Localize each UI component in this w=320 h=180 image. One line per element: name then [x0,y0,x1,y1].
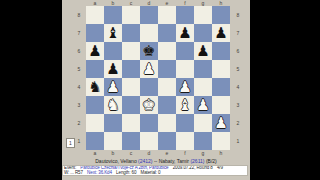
square-g7[interactable] [194,24,212,42]
status-line: W: ... R57 Next: 36.Kd4 Length: 60 Mater… [64,171,246,176]
piece-white-pawn: ♟ [178,78,191,96]
chess-app-panel: abcdefgh887♝♟♟76♟♚♟65♟♟54♞♟♟43♞♚♝♟32♟211… [62,0,250,180]
square-d7[interactable] [140,24,158,42]
white-player-rating: (2412) [138,158,152,164]
square-a3[interactable] [86,96,104,114]
black-player-name: Nabaty, Tamir [159,158,189,164]
players-caption: Dautovico, Vellano (2412) -- Nabaty, Tam… [62,158,250,164]
square-e6[interactable] [158,42,176,60]
piece-white-king: ♚ [142,96,155,114]
square-b2[interactable] [104,114,122,132]
square-h4[interactable] [212,78,230,96]
square-c1[interactable] [122,132,140,150]
square-c8[interactable] [122,6,140,24]
square-h2[interactable]: ♟ [212,114,230,132]
rank-label-right-1: 1 [230,132,246,150]
game-info-box: Event: Pardubice Czechia/Tvoje-cz A 28th… [62,165,248,176]
square-b3[interactable]: ♞ [104,96,122,114]
square-b8[interactable] [104,6,122,24]
rank-label-right-2: 2 [230,114,246,132]
score-text: 4/9 [217,165,223,170]
square-a2[interactable] [86,114,104,132]
piece-white-pawn: ♟ [196,96,209,114]
file-label-bottom-h: h [212,150,230,157]
square-d4[interactable] [140,78,158,96]
rank-label-left-7: 7 [72,24,86,42]
length-text: Length: 60 [116,170,136,175]
square-g8[interactable] [194,6,212,24]
square-a4[interactable]: ♞ [86,78,104,96]
file-label-bottom-f: f [176,150,194,157]
square-d3[interactable]: ♚ [140,96,158,114]
rank-label-left-6: 6 [72,42,86,60]
square-f4[interactable]: ♟ [176,78,194,96]
square-e1[interactable] [158,132,176,150]
square-f3[interactable]: ♝ [176,96,194,114]
square-b7[interactable]: ♝ [104,24,122,42]
file-label-bottom-d: d [140,150,158,157]
square-d2[interactable] [140,114,158,132]
square-a5[interactable] [86,60,104,78]
square-a7[interactable] [86,24,104,42]
rank-label-right-6: 6 [230,42,246,60]
white-to-move-indicator[interactable]: 1 [66,138,75,148]
next-move-text[interactable]: Next: 36.Kd4 [87,170,112,175]
square-e2[interactable] [158,114,176,132]
square-g4[interactable] [194,78,212,96]
square-f2[interactable] [176,114,194,132]
square-a8[interactable] [86,6,104,24]
square-d1[interactable] [140,132,158,150]
square-c5[interactable] [122,60,140,78]
square-h1[interactable] [212,132,230,150]
file-label-bottom-g: g [194,150,212,157]
piece-black-pawn: ♟ [214,24,227,42]
square-a6[interactable]: ♟ [86,42,104,60]
square-e3[interactable] [158,96,176,114]
rank-label-right-7: 7 [230,24,246,42]
square-e4[interactable] [158,78,176,96]
piece-black-pawn: ♟ [178,24,191,42]
board-corner [230,150,246,157]
rank-label-left-8: 8 [72,6,86,24]
rank-label-left-2: 2 [72,114,86,132]
screenshot-root: { "game": "chess", "position": { "fen": … [0,0,320,180]
piece-white-pawn: ♟ [142,60,155,78]
status-left-text: W: ... R57 [64,170,83,175]
rank-label-right-3: 3 [230,96,246,114]
players-separator: -- [154,158,157,164]
chess-board: abcdefgh887♝♟♟76♟♚♟65♟♟54♞♟♟43♞♚♝♟32♟211… [72,0,246,157]
square-d6[interactable]: ♚ [140,42,158,60]
square-c3[interactable] [122,96,140,114]
square-f6[interactable] [176,42,194,60]
file-label-bottom-b: b [104,150,122,157]
square-b4[interactable]: ♟ [104,78,122,96]
piece-white-pawn: ♟ [214,114,227,132]
piece-black-pawn: ♟ [196,42,209,60]
white-player-name: Dautovico, Vellano [95,158,136,164]
square-f5[interactable] [176,60,194,78]
square-g2[interactable] [194,114,212,132]
piece-white-knight: ♞ [106,96,119,114]
rank-label-left-4: 4 [72,78,86,96]
square-g1[interactable] [194,132,212,150]
square-f8[interactable] [176,6,194,24]
piece-black-pawn: ♟ [106,60,119,78]
square-g3[interactable]: ♟ [194,96,212,114]
rank-label-left-5: 5 [72,60,86,78]
square-b6[interactable] [104,42,122,60]
square-h6[interactable] [212,42,230,60]
rank-label-right-5: 5 [230,60,246,78]
square-h8[interactable] [212,6,230,24]
rank-label-right-4: 4 [230,78,246,96]
file-label-bottom-e: e [158,150,176,157]
event-details: 2009.07.22, Round 8 [173,165,213,170]
rank-label-left-3: 3 [72,96,86,114]
square-f1[interactable] [176,132,194,150]
file-label-bottom-c: c [122,150,140,157]
square-e7[interactable] [158,24,176,42]
black-player-rating: (2611) [190,158,204,164]
board-corner [72,150,86,157]
piece-white-bishop: ♝ [178,96,191,114]
square-e5[interactable] [158,60,176,78]
square-h3[interactable] [212,96,230,114]
square-b1[interactable] [104,132,122,150]
piece-black-knight: ♞ [88,78,101,96]
square-g5[interactable] [194,60,212,78]
square-d8[interactable] [140,6,158,24]
result-tag: (B/2) [206,158,217,164]
square-g6[interactable]: ♟ [194,42,212,60]
square-h5[interactable] [212,60,230,78]
piece-white-pawn: ♟ [106,78,119,96]
square-c2[interactable] [122,114,140,132]
square-b5[interactable]: ♟ [104,60,122,78]
rank-label-right-8: 8 [230,6,246,24]
square-c6[interactable] [122,42,140,60]
square-e8[interactable] [158,6,176,24]
piece-black-pawn: ♟ [88,42,101,60]
file-label-bottom-a: a [86,150,104,157]
square-f7[interactable]: ♟ [176,24,194,42]
square-d5[interactable]: ♟ [140,60,158,78]
piece-black-bishop: ♝ [106,24,119,42]
square-h7[interactable]: ♟ [212,24,230,42]
square-c4[interactable] [122,78,140,96]
square-a1[interactable] [86,132,104,150]
square-c7[interactable] [122,24,140,42]
material-text: Material: 0 [141,170,161,175]
piece-black-king: ♚ [142,42,155,60]
